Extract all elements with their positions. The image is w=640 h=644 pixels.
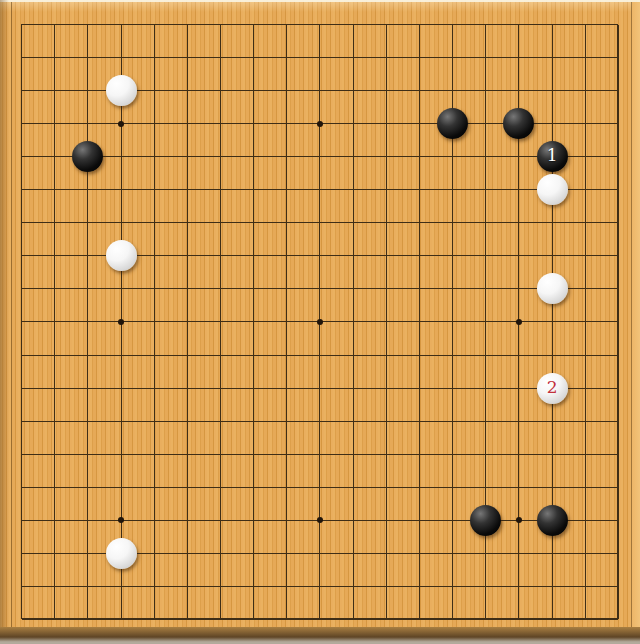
intersection[interactable] (171, 107, 204, 140)
intersection[interactable] (71, 405, 104, 438)
intersection[interactable] (104, 305, 137, 338)
intersection[interactable] (138, 405, 171, 438)
intersection[interactable] (71, 339, 104, 372)
intersection[interactable] (569, 570, 602, 603)
intersection[interactable] (602, 173, 635, 206)
intersection[interactable] (5, 74, 38, 107)
intersection[interactable] (370, 272, 403, 305)
intersection[interactable] (436, 570, 469, 603)
intersection[interactable] (569, 140, 602, 173)
intersection[interactable] (337, 8, 370, 41)
intersection[interactable] (237, 504, 270, 537)
intersection[interactable] (337, 570, 370, 603)
intersection[interactable] (138, 305, 171, 338)
intersection[interactable] (138, 74, 171, 107)
intersection[interactable] (502, 438, 535, 471)
intersection[interactable] (104, 504, 137, 537)
intersection[interactable] (204, 339, 237, 372)
intersection[interactable] (303, 537, 336, 570)
intersection[interactable] (204, 603, 237, 636)
intersection[interactable] (5, 206, 38, 239)
intersection[interactable] (469, 405, 502, 438)
intersection[interactable] (104, 438, 137, 471)
intersection[interactable] (104, 272, 137, 305)
intersection[interactable] (370, 239, 403, 272)
intersection[interactable] (5, 140, 38, 173)
intersection[interactable] (104, 372, 137, 405)
intersection[interactable] (237, 8, 270, 41)
intersection[interactable] (237, 305, 270, 338)
intersection[interactable] (171, 74, 204, 107)
intersection[interactable] (469, 140, 502, 173)
intersection[interactable] (469, 471, 502, 504)
intersection[interactable] (502, 140, 535, 173)
intersection[interactable] (237, 537, 270, 570)
white-stone[interactable] (537, 273, 568, 304)
intersection[interactable] (270, 471, 303, 504)
intersection[interactable] (303, 173, 336, 206)
intersection[interactable] (502, 471, 535, 504)
intersection[interactable] (602, 74, 635, 107)
intersection[interactable] (303, 107, 336, 140)
intersection[interactable] (469, 305, 502, 338)
intersection[interactable] (337, 206, 370, 239)
intersection[interactable] (38, 471, 71, 504)
intersection[interactable] (370, 107, 403, 140)
intersection[interactable] (602, 305, 635, 338)
intersection[interactable] (337, 537, 370, 570)
intersection[interactable] (337, 603, 370, 636)
intersection[interactable] (403, 372, 436, 405)
intersection[interactable] (403, 272, 436, 305)
intersection[interactable] (403, 570, 436, 603)
intersection[interactable] (138, 537, 171, 570)
intersection[interactable] (337, 405, 370, 438)
intersection[interactable] (138, 504, 171, 537)
intersection[interactable] (71, 8, 104, 41)
intersection[interactable] (569, 41, 602, 74)
intersection[interactable] (502, 206, 535, 239)
intersection[interactable] (469, 537, 502, 570)
intersection[interactable] (138, 140, 171, 173)
intersection[interactable] (303, 570, 336, 603)
intersection[interactable] (602, 41, 635, 74)
intersection[interactable] (403, 305, 436, 338)
intersection[interactable] (38, 438, 71, 471)
intersection[interactable] (270, 206, 303, 239)
intersection[interactable] (569, 8, 602, 41)
intersection[interactable] (469, 8, 502, 41)
intersection[interactable] (602, 372, 635, 405)
intersection[interactable] (303, 372, 336, 405)
intersection[interactable] (5, 339, 38, 372)
intersection[interactable] (403, 206, 436, 239)
intersection[interactable] (469, 173, 502, 206)
intersection[interactable] (270, 438, 303, 471)
intersection[interactable] (138, 8, 171, 41)
intersection[interactable] (370, 405, 403, 438)
intersection[interactable] (171, 305, 204, 338)
intersection[interactable] (270, 74, 303, 107)
intersection[interactable] (270, 305, 303, 338)
intersection[interactable] (38, 603, 71, 636)
intersection[interactable] (469, 339, 502, 372)
intersection[interactable] (502, 603, 535, 636)
intersection[interactable] (303, 471, 336, 504)
intersection[interactable] (536, 239, 569, 272)
intersection[interactable] (602, 603, 635, 636)
intersection[interactable] (569, 339, 602, 372)
intersection[interactable] (138, 272, 171, 305)
intersection[interactable] (171, 339, 204, 372)
intersection[interactable] (303, 405, 336, 438)
intersection[interactable] (38, 206, 71, 239)
white-stone[interactable] (106, 538, 137, 569)
intersection[interactable] (38, 537, 71, 570)
intersection[interactable] (436, 8, 469, 41)
intersection[interactable] (204, 74, 237, 107)
intersection[interactable] (303, 140, 336, 173)
intersection[interactable] (569, 438, 602, 471)
intersection[interactable] (38, 504, 71, 537)
black-stone[interactable]: 1 (537, 141, 568, 172)
intersection[interactable] (303, 339, 336, 372)
intersection[interactable] (270, 239, 303, 272)
intersection[interactable] (602, 140, 635, 173)
intersection[interactable] (138, 239, 171, 272)
intersection[interactable] (502, 405, 535, 438)
intersection[interactable] (171, 438, 204, 471)
intersection[interactable] (469, 239, 502, 272)
intersection[interactable] (469, 272, 502, 305)
intersection[interactable] (502, 239, 535, 272)
intersection[interactable] (436, 603, 469, 636)
intersection[interactable] (270, 537, 303, 570)
intersection[interactable] (536, 107, 569, 140)
intersection[interactable] (569, 471, 602, 504)
intersection[interactable] (270, 405, 303, 438)
intersection[interactable] (104, 74, 137, 107)
intersection[interactable] (138, 173, 171, 206)
intersection[interactable] (436, 272, 469, 305)
intersection[interactable] (436, 239, 469, 272)
intersection[interactable] (71, 570, 104, 603)
intersection[interactable] (403, 438, 436, 471)
intersection[interactable] (569, 272, 602, 305)
intersection[interactable] (237, 405, 270, 438)
intersection[interactable] (502, 537, 535, 570)
intersection[interactable] (403, 239, 436, 272)
intersection[interactable] (502, 305, 535, 338)
intersection[interactable] (104, 107, 137, 140)
intersection[interactable] (237, 107, 270, 140)
intersection[interactable] (38, 405, 71, 438)
intersection[interactable] (171, 537, 204, 570)
intersection[interactable] (370, 206, 403, 239)
intersection[interactable] (171, 272, 204, 305)
intersection[interactable] (237, 239, 270, 272)
intersection[interactable] (602, 8, 635, 41)
intersection[interactable] (436, 438, 469, 471)
intersection[interactable] (469, 206, 502, 239)
intersection[interactable] (237, 173, 270, 206)
intersection[interactable] (370, 438, 403, 471)
intersection[interactable] (502, 74, 535, 107)
intersection[interactable] (370, 570, 403, 603)
intersection[interactable] (602, 339, 635, 372)
intersection[interactable] (536, 74, 569, 107)
intersection[interactable] (469, 74, 502, 107)
intersection[interactable] (104, 339, 137, 372)
intersection[interactable] (138, 41, 171, 74)
intersection[interactable] (71, 74, 104, 107)
intersection[interactable] (436, 504, 469, 537)
intersection[interactable] (104, 140, 137, 173)
intersection[interactable] (204, 372, 237, 405)
intersection[interactable] (337, 272, 370, 305)
intersection[interactable] (171, 206, 204, 239)
intersection[interactable] (502, 272, 535, 305)
intersection[interactable] (370, 471, 403, 504)
intersection[interactable] (71, 471, 104, 504)
intersection[interactable] (204, 107, 237, 140)
intersection[interactable] (303, 603, 336, 636)
intersection[interactable] (569, 173, 602, 206)
intersection[interactable] (5, 504, 38, 537)
intersection[interactable] (403, 471, 436, 504)
white-stone[interactable] (106, 240, 137, 271)
intersection[interactable] (337, 504, 370, 537)
intersection[interactable] (536, 537, 569, 570)
white-stone[interactable]: 2 (537, 373, 568, 404)
intersection[interactable] (602, 107, 635, 140)
intersection[interactable] (502, 570, 535, 603)
intersection[interactable] (469, 570, 502, 603)
intersection[interactable] (171, 239, 204, 272)
intersection[interactable] (569, 537, 602, 570)
intersection[interactable] (303, 239, 336, 272)
intersection[interactable] (502, 41, 535, 74)
intersection[interactable] (204, 173, 237, 206)
intersection[interactable] (237, 570, 270, 603)
intersection[interactable] (204, 140, 237, 173)
intersection[interactable] (337, 74, 370, 107)
intersection[interactable] (403, 74, 436, 107)
intersection[interactable] (38, 305, 71, 338)
intersection[interactable] (536, 8, 569, 41)
intersection[interactable] (370, 140, 403, 173)
intersection[interactable] (303, 41, 336, 74)
board-grid[interactable]: 12 (5, 8, 635, 636)
intersection[interactable] (303, 438, 336, 471)
intersection[interactable] (536, 405, 569, 438)
intersection[interactable] (38, 74, 71, 107)
intersection[interactable] (337, 41, 370, 74)
intersection[interactable] (569, 405, 602, 438)
intersection[interactable] (469, 107, 502, 140)
intersection[interactable] (303, 305, 336, 338)
intersection[interactable]: 2 (536, 372, 569, 405)
intersection[interactable] (237, 140, 270, 173)
white-stone[interactable] (537, 174, 568, 205)
intersection[interactable] (436, 206, 469, 239)
intersection[interactable] (104, 603, 137, 636)
intersection[interactable] (237, 272, 270, 305)
intersection[interactable] (337, 107, 370, 140)
intersection[interactable] (536, 206, 569, 239)
intersection[interactable] (270, 41, 303, 74)
intersection[interactable] (5, 405, 38, 438)
intersection[interactable] (469, 41, 502, 74)
intersection[interactable] (270, 339, 303, 372)
intersection[interactable] (5, 438, 38, 471)
intersection[interactable] (337, 471, 370, 504)
intersection[interactable]: 1 (536, 140, 569, 173)
intersection[interactable] (436, 471, 469, 504)
intersection[interactable] (303, 206, 336, 239)
intersection[interactable] (569, 206, 602, 239)
intersection[interactable] (71, 107, 104, 140)
intersection[interactable] (436, 107, 469, 140)
intersection[interactable] (270, 504, 303, 537)
intersection[interactable] (5, 173, 38, 206)
intersection[interactable] (536, 471, 569, 504)
intersection[interactable] (5, 272, 38, 305)
intersection[interactable] (469, 603, 502, 636)
black-stone[interactable] (470, 505, 501, 536)
intersection[interactable] (270, 603, 303, 636)
intersection[interactable] (602, 471, 635, 504)
intersection[interactable] (5, 372, 38, 405)
intersection[interactable] (138, 570, 171, 603)
intersection[interactable] (569, 74, 602, 107)
intersection[interactable] (38, 173, 71, 206)
intersection[interactable] (303, 8, 336, 41)
intersection[interactable] (5, 239, 38, 272)
intersection[interactable] (502, 372, 535, 405)
intersection[interactable] (71, 140, 104, 173)
intersection[interactable] (370, 8, 403, 41)
intersection[interactable] (237, 339, 270, 372)
intersection[interactable] (403, 504, 436, 537)
intersection[interactable] (38, 41, 71, 74)
intersection[interactable] (403, 8, 436, 41)
intersection[interactable] (370, 339, 403, 372)
intersection[interactable] (38, 107, 71, 140)
intersection[interactable] (436, 41, 469, 74)
intersection[interactable] (5, 107, 38, 140)
black-stone[interactable] (537, 505, 568, 536)
intersection[interactable] (337, 372, 370, 405)
intersection[interactable] (502, 107, 535, 140)
intersection[interactable] (104, 570, 137, 603)
intersection[interactable] (536, 272, 569, 305)
intersection[interactable] (5, 8, 38, 41)
intersection[interactable] (5, 305, 38, 338)
intersection[interactable] (104, 239, 137, 272)
white-stone[interactable] (106, 75, 137, 106)
intersection[interactable] (469, 504, 502, 537)
intersection[interactable] (370, 537, 403, 570)
intersection[interactable] (569, 239, 602, 272)
intersection[interactable] (536, 41, 569, 74)
intersection[interactable] (138, 107, 171, 140)
intersection[interactable] (436, 140, 469, 173)
intersection[interactable] (104, 471, 137, 504)
intersection[interactable] (370, 504, 403, 537)
intersection[interactable] (5, 471, 38, 504)
intersection[interactable] (569, 504, 602, 537)
intersection[interactable] (270, 8, 303, 41)
intersection[interactable] (104, 537, 137, 570)
intersection[interactable] (237, 74, 270, 107)
intersection[interactable] (436, 372, 469, 405)
black-stone[interactable] (437, 108, 468, 139)
intersection[interactable] (436, 405, 469, 438)
intersection[interactable] (536, 504, 569, 537)
intersection[interactable] (71, 206, 104, 239)
intersection[interactable] (38, 8, 71, 41)
intersection[interactable] (204, 405, 237, 438)
intersection[interactable] (138, 603, 171, 636)
intersection[interactable] (204, 438, 237, 471)
intersection[interactable] (403, 339, 436, 372)
intersection[interactable] (204, 41, 237, 74)
black-stone[interactable] (503, 108, 534, 139)
intersection[interactable] (38, 570, 71, 603)
intersection[interactable] (370, 173, 403, 206)
intersection[interactable] (38, 272, 71, 305)
intersection[interactable] (104, 41, 137, 74)
intersection[interactable] (71, 372, 104, 405)
intersection[interactable] (502, 339, 535, 372)
intersection[interactable] (536, 438, 569, 471)
intersection[interactable] (337, 339, 370, 372)
intersection[interactable] (337, 173, 370, 206)
intersection[interactable] (270, 272, 303, 305)
intersection[interactable] (469, 438, 502, 471)
intersection[interactable] (138, 339, 171, 372)
intersection[interactable] (204, 305, 237, 338)
intersection[interactable] (38, 239, 71, 272)
intersection[interactable] (71, 305, 104, 338)
intersection[interactable] (602, 272, 635, 305)
intersection[interactable] (104, 173, 137, 206)
intersection[interactable] (403, 173, 436, 206)
intersection[interactable] (237, 41, 270, 74)
intersection[interactable] (602, 537, 635, 570)
intersection[interactable] (204, 239, 237, 272)
intersection[interactable] (204, 471, 237, 504)
intersection[interactable] (270, 140, 303, 173)
intersection[interactable] (71, 41, 104, 74)
intersection[interactable] (270, 107, 303, 140)
intersection[interactable] (536, 305, 569, 338)
intersection[interactable] (5, 537, 38, 570)
intersection[interactable] (602, 570, 635, 603)
intersection[interactable] (270, 570, 303, 603)
intersection[interactable] (403, 107, 436, 140)
intersection[interactable] (337, 140, 370, 173)
intersection[interactable] (5, 570, 38, 603)
intersection[interactable] (337, 438, 370, 471)
intersection[interactable] (71, 438, 104, 471)
intersection[interactable] (5, 603, 38, 636)
intersection[interactable] (71, 537, 104, 570)
intersection[interactable] (370, 372, 403, 405)
intersection[interactable] (403, 41, 436, 74)
intersection[interactable] (270, 173, 303, 206)
